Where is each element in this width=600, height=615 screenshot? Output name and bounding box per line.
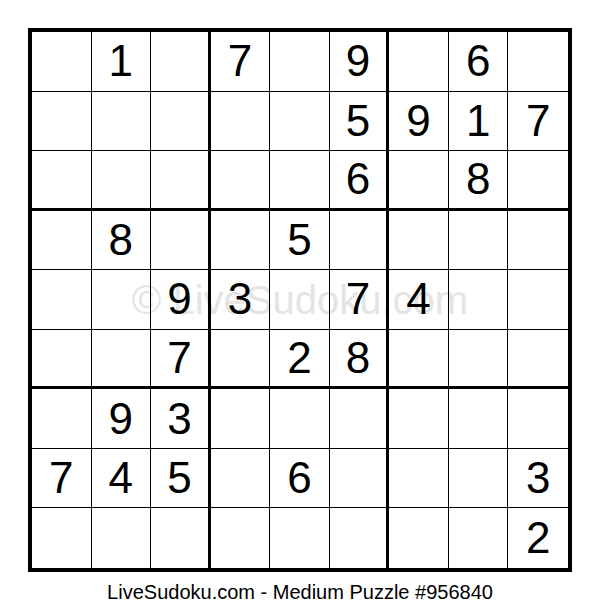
cell-r1c3[interactable] xyxy=(151,32,211,92)
cell-r2c8: 1 xyxy=(449,92,509,152)
cell-r8c8[interactable] xyxy=(449,449,509,509)
cell-r5c9[interactable] xyxy=(508,270,568,330)
cell-r7c4[interactable] xyxy=(211,389,271,449)
cell-r4c2: 8 xyxy=(92,211,152,271)
cell-r8c1: 7 xyxy=(32,449,92,509)
cell-r8c7[interactable] xyxy=(389,449,449,509)
cell-r3c3[interactable] xyxy=(151,151,211,211)
sudoku-board: © LiveSudoku.com 17965917688593747289374… xyxy=(28,28,572,572)
cell-r8c4[interactable] xyxy=(211,449,271,509)
cell-r9c8[interactable] xyxy=(449,508,509,568)
cell-r6c4[interactable] xyxy=(211,330,271,390)
cell-r8c9: 3 xyxy=(508,449,568,509)
cell-r4c8[interactable] xyxy=(449,211,509,271)
cell-r2c7: 9 xyxy=(389,92,449,152)
cell-r5c1[interactable] xyxy=(32,270,92,330)
cell-r4c3[interactable] xyxy=(151,211,211,271)
cell-r6c8[interactable] xyxy=(449,330,509,390)
cell-r7c2: 9 xyxy=(92,389,152,449)
cell-r3c9[interactable] xyxy=(508,151,568,211)
cell-r2c4[interactable] xyxy=(211,92,271,152)
cell-r4c6[interactable] xyxy=(330,211,390,271)
cell-r7c8[interactable] xyxy=(449,389,509,449)
cell-r1c1[interactable] xyxy=(32,32,92,92)
caption: LiveSudoku.com - Medium Puzzle #956840 xyxy=(0,581,600,604)
cell-r7c3: 3 xyxy=(151,389,211,449)
cell-r1c6: 9 xyxy=(330,32,390,92)
cell-r8c5: 6 xyxy=(270,449,330,509)
cell-r6c5: 2 xyxy=(270,330,330,390)
cell-r1c2: 1 xyxy=(92,32,152,92)
cell-r6c3: 7 xyxy=(151,330,211,390)
sudoku-cells: 179659176885937472893745632 xyxy=(32,32,568,568)
cell-r6c7[interactable] xyxy=(389,330,449,390)
cell-r9c1[interactable] xyxy=(32,508,92,568)
cell-r3c4[interactable] xyxy=(211,151,271,211)
cell-r5c6: 7 xyxy=(330,270,390,330)
cell-r3c8: 8 xyxy=(449,151,509,211)
cell-r2c1[interactable] xyxy=(32,92,92,152)
cell-r2c3[interactable] xyxy=(151,92,211,152)
cell-r1c4: 7 xyxy=(211,32,271,92)
cell-r9c9: 2 xyxy=(508,508,568,568)
cell-r7c6[interactable] xyxy=(330,389,390,449)
cell-r3c1[interactable] xyxy=(32,151,92,211)
puzzle-page: © LiveSudoku.com 17965917688593747289374… xyxy=(0,0,600,615)
cell-r6c2[interactable] xyxy=(92,330,152,390)
cell-r3c7[interactable] xyxy=(389,151,449,211)
cell-r3c6: 6 xyxy=(330,151,390,211)
cell-r1c5[interactable] xyxy=(270,32,330,92)
cell-r9c3[interactable] xyxy=(151,508,211,568)
cell-r9c2[interactable] xyxy=(92,508,152,568)
cell-r7c5[interactable] xyxy=(270,389,330,449)
cell-r9c7[interactable] xyxy=(389,508,449,568)
cell-r4c5: 5 xyxy=(270,211,330,271)
cell-r9c4[interactable] xyxy=(211,508,271,568)
cell-r6c6: 8 xyxy=(330,330,390,390)
cell-r5c4: 3 xyxy=(211,270,271,330)
cell-r9c5[interactable] xyxy=(270,508,330,568)
cell-r2c2[interactable] xyxy=(92,92,152,152)
cell-r5c8[interactable] xyxy=(449,270,509,330)
cell-r1c7[interactable] xyxy=(389,32,449,92)
cell-r5c2[interactable] xyxy=(92,270,152,330)
cell-r2c9: 7 xyxy=(508,92,568,152)
cell-r5c3: 9 xyxy=(151,270,211,330)
cell-r4c9[interactable] xyxy=(508,211,568,271)
cell-r3c5[interactable] xyxy=(270,151,330,211)
cell-r4c7[interactable] xyxy=(389,211,449,271)
cell-r4c4[interactable] xyxy=(211,211,271,271)
cell-r7c7[interactable] xyxy=(389,389,449,449)
cell-r1c9[interactable] xyxy=(508,32,568,92)
cell-r5c5[interactable] xyxy=(270,270,330,330)
cell-r9c6[interactable] xyxy=(330,508,390,568)
cell-r3c2[interactable] xyxy=(92,151,152,211)
cell-r2c6: 5 xyxy=(330,92,390,152)
cell-r7c9[interactable] xyxy=(508,389,568,449)
cell-r7c1[interactable] xyxy=(32,389,92,449)
cell-r4c1[interactable] xyxy=(32,211,92,271)
cell-r8c3: 5 xyxy=(151,449,211,509)
cell-r6c9[interactable] xyxy=(508,330,568,390)
cell-r8c2: 4 xyxy=(92,449,152,509)
cell-r6c1[interactable] xyxy=(32,330,92,390)
cell-r1c8: 6 xyxy=(449,32,509,92)
cell-r8c6[interactable] xyxy=(330,449,390,509)
cell-r2c5[interactable] xyxy=(270,92,330,152)
cell-r5c7: 4 xyxy=(389,270,449,330)
